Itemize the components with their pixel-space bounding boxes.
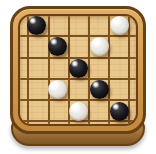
black-stone-r3c3 xyxy=(90,80,109,99)
gomoku-board xyxy=(18,14,138,126)
white-stone-r3c1 xyxy=(48,80,67,99)
black-stone-r1c1 xyxy=(48,37,67,56)
black-stone-r0c0 xyxy=(27,16,46,35)
black-stone-r4c4 xyxy=(110,102,129,121)
white-stone-r1c3 xyxy=(90,37,109,56)
white-stone-r0c4 xyxy=(110,16,129,35)
black-stone-r2c2 xyxy=(69,59,88,78)
white-stone-r4c2 xyxy=(69,102,88,121)
stones-layer xyxy=(27,16,131,122)
board-frame xyxy=(10,6,146,134)
gomoku-app-icon[interactable] xyxy=(10,6,146,146)
icon-canvas xyxy=(0,0,156,154)
